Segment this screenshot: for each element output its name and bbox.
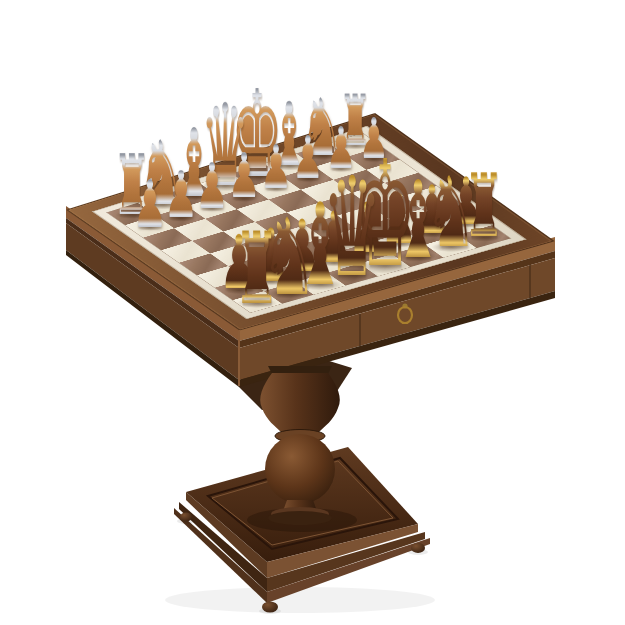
bun-foot-front bbox=[262, 602, 278, 613]
column-ball bbox=[265, 434, 335, 504]
table-structure bbox=[0, 0, 625, 625]
product-photo-scene: ♜♞♟♝♟♚♟♛♟♝♟♞♟♜♟♟♟♟♜♟♞♟♝♟♚♟♛♟♝♟♞♜ bbox=[0, 0, 625, 625]
column-vase bbox=[260, 373, 340, 432]
bun-foot-right bbox=[411, 543, 425, 553]
bun-foot-left bbox=[180, 513, 192, 522]
column-cap bbox=[268, 366, 332, 374]
column-foot-base bbox=[268, 511, 332, 525]
